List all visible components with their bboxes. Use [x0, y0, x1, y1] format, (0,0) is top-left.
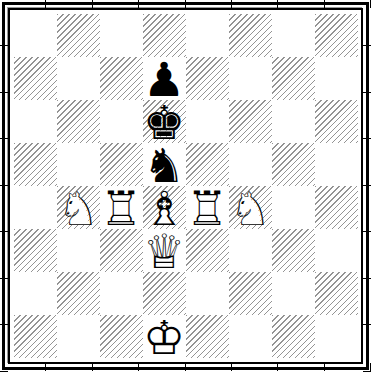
- square-f5[interactable]: [229, 143, 272, 186]
- square-a6[interactable]: [14, 100, 57, 143]
- square-h5[interactable]: [315, 143, 358, 186]
- square-b7[interactable]: [57, 57, 100, 100]
- square-f7[interactable]: [229, 57, 272, 100]
- square-f2[interactable]: [229, 272, 272, 315]
- piece-glyph: ♖: [186, 181, 228, 236]
- piece-glyph: ♘: [229, 181, 271, 236]
- square-d1[interactable]: ♚♔: [143, 315, 186, 358]
- square-g5[interactable]: [272, 143, 315, 186]
- white-rook-c4[interactable]: ♜♖: [100, 185, 142, 232]
- square-f4[interactable]: ♞♘: [229, 186, 272, 229]
- square-b5[interactable]: [57, 143, 100, 186]
- square-d7[interactable]: ♟♟: [143, 57, 186, 100]
- piece-glyph: ♔: [143, 310, 185, 365]
- square-g1[interactable]: [272, 315, 315, 358]
- square-f1[interactable]: [229, 315, 272, 358]
- square-e4[interactable]: ♜♖: [186, 186, 229, 229]
- square-c1[interactable]: [100, 315, 143, 358]
- white-knight-f4[interactable]: ♞♘: [229, 185, 271, 232]
- square-g4[interactable]: [272, 186, 315, 229]
- square-c8[interactable]: [100, 14, 143, 57]
- square-c7[interactable]: [100, 57, 143, 100]
- square-d6[interactable]: ♚♚: [143, 100, 186, 143]
- square-a3[interactable]: [14, 229, 57, 272]
- square-h4[interactable]: [315, 186, 358, 229]
- square-h2[interactable]: [315, 272, 358, 315]
- square-e2[interactable]: [186, 272, 229, 315]
- square-b2[interactable]: [57, 272, 100, 315]
- white-rook-e4[interactable]: ♜♖: [186, 185, 228, 232]
- square-d3[interactable]: ♛♕: [143, 229, 186, 272]
- square-g7[interactable]: [272, 57, 315, 100]
- square-b8[interactable]: [57, 14, 100, 57]
- square-f8[interactable]: [229, 14, 272, 57]
- square-a8[interactable]: [14, 14, 57, 57]
- chess-diagram: ♟♟♚♚♞♞♞♘♜♖♝♗♜♖♞♘♛♕♚♔: [0, 0, 371, 372]
- square-e8[interactable]: [186, 14, 229, 57]
- piece-glyph: ♘: [57, 181, 99, 236]
- white-king-d1[interactable]: ♚♔: [143, 314, 185, 361]
- square-c5[interactable]: [100, 143, 143, 186]
- square-h1[interactable]: [315, 315, 358, 358]
- square-b4[interactable]: ♞♘: [57, 186, 100, 229]
- square-g6[interactable]: [272, 100, 315, 143]
- square-c6[interactable]: [100, 100, 143, 143]
- square-e7[interactable]: [186, 57, 229, 100]
- white-knight-b4[interactable]: ♞♘: [57, 185, 99, 232]
- square-a4[interactable]: [14, 186, 57, 229]
- chess-board: ♟♟♚♚♞♞♞♘♜♖♝♗♜♖♞♘♛♕♚♔: [14, 14, 358, 358]
- square-g2[interactable]: [272, 272, 315, 315]
- square-g8[interactable]: [272, 14, 315, 57]
- piece-glyph: ♖: [100, 181, 142, 236]
- square-a1[interactable]: [14, 315, 57, 358]
- square-b1[interactable]: [57, 315, 100, 358]
- square-a7[interactable]: [14, 57, 57, 100]
- board-frame-inner: ♟♟♚♚♞♞♞♘♜♖♝♗♜♖♞♘♛♕♚♔: [8, 8, 363, 364]
- square-h6[interactable]: [315, 100, 358, 143]
- square-g3[interactable]: [272, 229, 315, 272]
- square-b6[interactable]: [57, 100, 100, 143]
- square-a2[interactable]: [14, 272, 57, 315]
- square-c2[interactable]: [100, 272, 143, 315]
- square-e5[interactable]: [186, 143, 229, 186]
- square-e1[interactable]: [186, 315, 229, 358]
- square-a5[interactable]: [14, 143, 57, 186]
- square-f6[interactable]: [229, 100, 272, 143]
- square-c4[interactable]: ♜♖: [100, 186, 143, 229]
- square-d5[interactable]: ♞♞: [143, 143, 186, 186]
- board-frame-outer: ♟♟♚♚♞♞♞♘♜♖♝♗♜♖♞♘♛♕♚♔: [2, 2, 369, 370]
- square-h8[interactable]: [315, 14, 358, 57]
- white-queen-d3[interactable]: ♛♕: [143, 228, 185, 275]
- square-d8[interactable]: [143, 14, 186, 57]
- square-h3[interactable]: [315, 229, 358, 272]
- square-e6[interactable]: [186, 100, 229, 143]
- piece-glyph: ♕: [143, 224, 185, 279]
- square-d4[interactable]: ♝♗: [143, 186, 186, 229]
- square-h7[interactable]: [315, 57, 358, 100]
